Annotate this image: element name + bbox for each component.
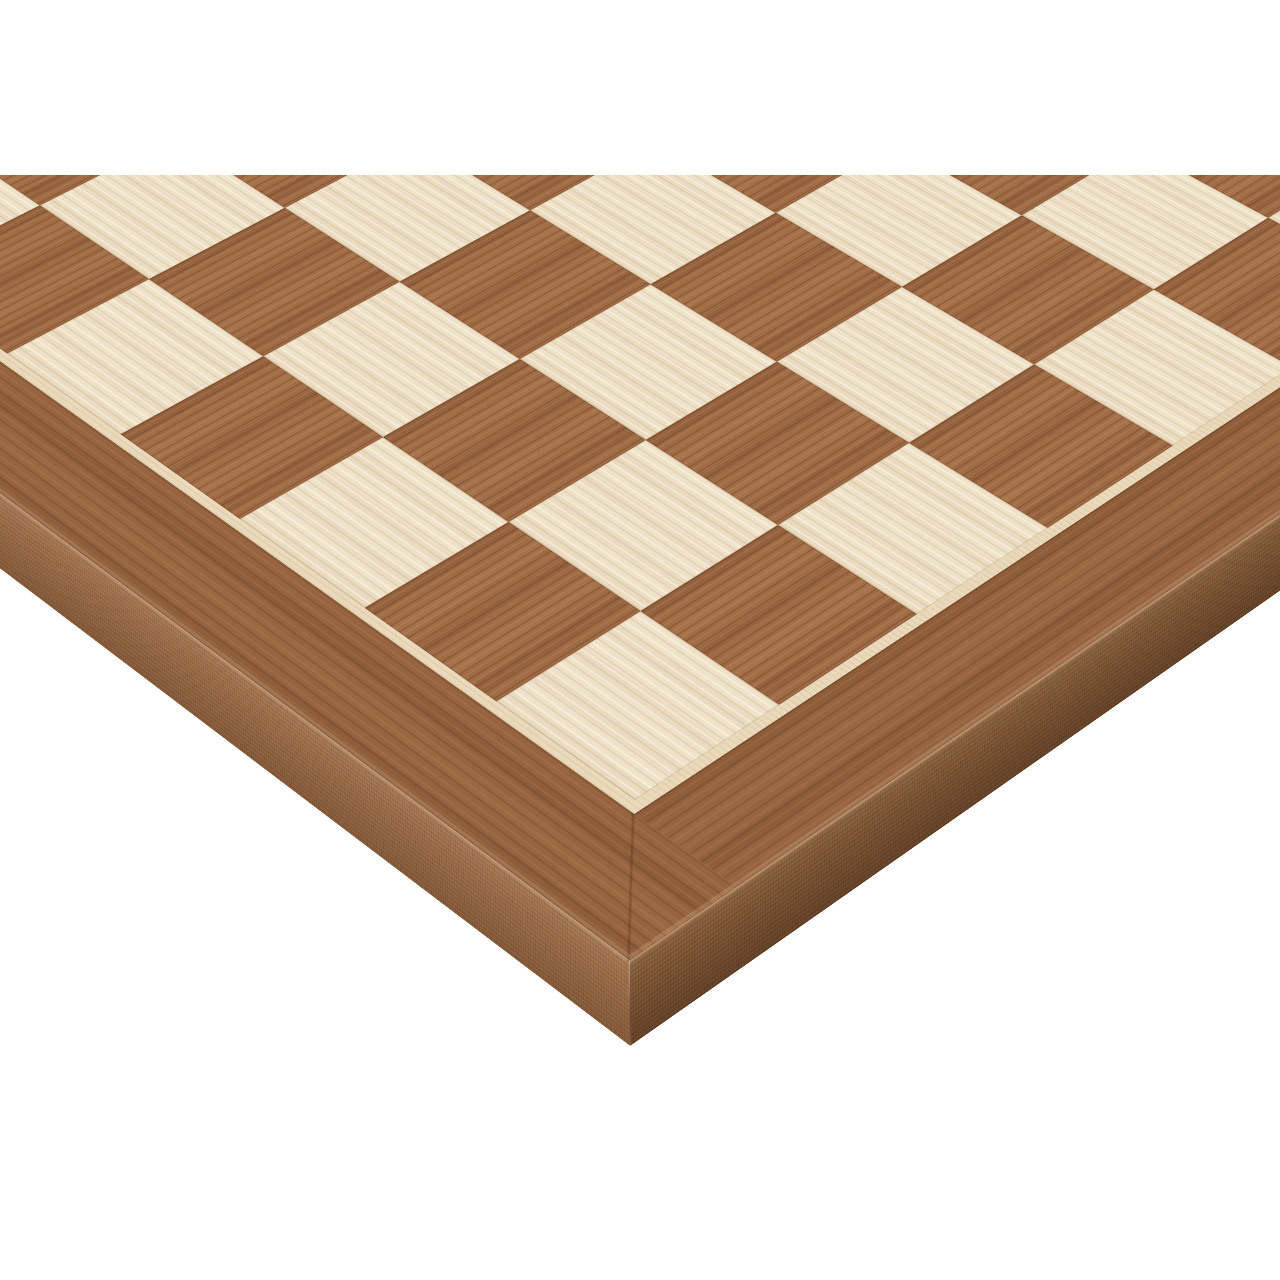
square-h7 [1268, 175, 1280, 292]
board-top-face [0, 175, 1280, 961]
square-g3 [646, 362, 909, 525]
square-f1 [240, 437, 509, 608]
square-h6 [1154, 218, 1280, 367]
square-g5 [902, 215, 1154, 364]
square-g1 [365, 522, 641, 702]
square-g6 [1022, 175, 1268, 289]
square-f3 [520, 284, 777, 440]
square-d2 [149, 208, 400, 356]
board-frame-top [599, 175, 1280, 202]
square-e1 [121, 356, 383, 519]
product-photo-canvas [0, 0, 1280, 1280]
square-h3 [778, 443, 1048, 614]
square-e2 [263, 282, 520, 437]
square-h4 [909, 364, 1173, 528]
square-g2 [509, 440, 778, 611]
square-h2 [641, 525, 917, 705]
square-d3 [285, 175, 530, 282]
square-c2 [40, 175, 285, 279]
square-e5 [655, 175, 896, 213]
frame-miter-seam [627, 800, 635, 962]
square-g4 [777, 287, 1034, 443]
square-f5 [776, 175, 1022, 287]
square-f2 [383, 359, 646, 522]
square-d4 [415, 175, 655, 210]
square-c3 [175, 175, 415, 208]
square-b1 [0, 175, 40, 277]
square-e4 [530, 175, 776, 284]
square-c1 [0, 205, 149, 353]
square-h1 [496, 611, 779, 800]
photo-crop [0, 175, 1280, 1053]
square-h5 [1034, 289, 1280, 445]
square-e3 [400, 210, 651, 359]
square-b2 [0, 175, 175, 205]
square-f6 [896, 175, 1137, 215]
square-g7 [1136, 175, 1280, 218]
square-f4 [651, 213, 902, 362]
square-d1 [7, 279, 263, 434]
